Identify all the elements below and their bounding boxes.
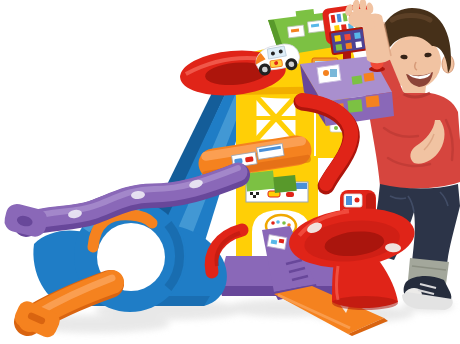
tower-lattice-window — [254, 94, 298, 142]
colorful-panel — [330, 28, 367, 55]
panel-key — [363, 72, 374, 81]
panel-button — [366, 95, 380, 107]
product-photo: Smiling toddler in a red t-shirt, dark j… — [0, 0, 460, 344]
wave-end-lip — [2, 202, 50, 239]
panel-screen-sticker — [317, 65, 341, 84]
bowl-base — [332, 262, 398, 310]
post-dots-sticker — [344, 194, 362, 207]
panel-key — [351, 75, 362, 84]
product-photo-canvas: Smiling toddler in a red t-shirt, dark j… — [0, 0, 460, 344]
panel-button — [347, 99, 362, 112]
